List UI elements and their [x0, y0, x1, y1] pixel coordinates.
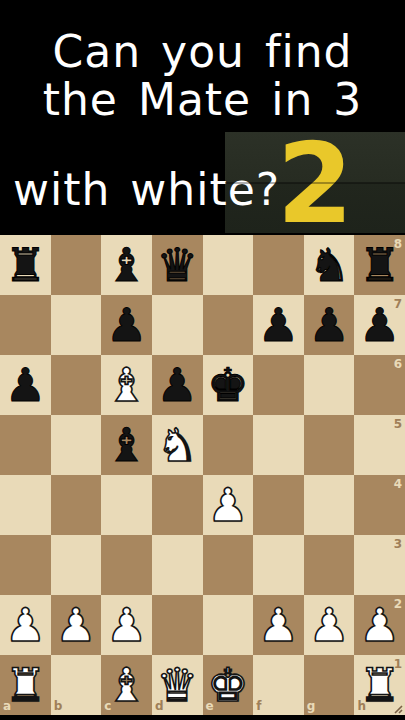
square-c4[interactable] — [101, 475, 152, 535]
piece-black-pawn-f7[interactable]: ♟ — [253, 295, 304, 355]
piece-white-knight-d5[interactable]: ♞ — [152, 415, 203, 475]
square-c5[interactable]: ♝ — [101, 415, 152, 475]
square-f5[interactable] — [253, 415, 304, 475]
square-d3[interactable] — [152, 535, 203, 595]
file-label-b: b — [54, 700, 63, 712]
square-c8[interactable]: ♝ — [101, 235, 152, 295]
piece-white-bishop-c6[interactable]: ♝ — [101, 355, 152, 415]
square-h8[interactable]: 8♜ — [354, 235, 405, 295]
piece-white-pawn-f2[interactable]: ♟ — [253, 595, 304, 655]
square-g4[interactable] — [304, 475, 355, 535]
chess-board: ♜♝♛♞8♜♟♟♟7♟♟♝♟♚6♝♞5♟43♟♟♟♟♟2♟a♜bc♝d♛e♚fg… — [0, 235, 405, 715]
file-label-e: e — [206, 700, 214, 712]
square-g1[interactable]: g — [304, 655, 355, 715]
square-h5[interactable]: 5 — [354, 415, 405, 475]
square-h3[interactable]: 3 — [354, 535, 405, 595]
square-f1[interactable]: f — [253, 655, 304, 715]
square-d5[interactable]: ♞ — [152, 415, 203, 475]
piece-white-pawn-g2[interactable]: ♟ — [304, 595, 355, 655]
square-b7[interactable] — [51, 295, 102, 355]
square-f3[interactable] — [253, 535, 304, 595]
square-h6[interactable]: 6 — [354, 355, 405, 415]
square-d4[interactable] — [152, 475, 203, 535]
file-label-d: d — [155, 700, 164, 712]
square-c7[interactable]: ♟ — [101, 295, 152, 355]
square-e4[interactable]: ♟ — [203, 475, 254, 535]
square-b3[interactable] — [51, 535, 102, 595]
piece-black-rook-a8[interactable]: ♜ — [0, 235, 51, 295]
piece-black-bishop-c5[interactable]: ♝ — [101, 415, 152, 475]
square-d1[interactable]: d♛ — [152, 655, 203, 715]
rank-label-1: 1 — [394, 658, 402, 670]
page: { "game": "chess", "position": { "fen": … — [0, 0, 405, 720]
square-d2[interactable] — [152, 595, 203, 655]
rank-label-6: 6 — [394, 358, 402, 370]
rank-label-4: 4 — [394, 478, 402, 490]
square-a8[interactable]: ♜ — [0, 235, 51, 295]
piece-black-pawn-d6[interactable]: ♟ — [152, 355, 203, 415]
square-e8[interactable] — [203, 235, 254, 295]
file-label-f: f — [256, 700, 261, 712]
flip-clock-seam — [225, 182, 405, 184]
title-line-2: the Mate in 3 — [0, 76, 405, 124]
board-resize-handle[interactable] — [390, 700, 404, 714]
resize-handle-icon — [390, 701, 404, 715]
header: Can you find the Mate in 3 2 with white? — [0, 0, 405, 235]
rank-label-3: 3 — [394, 538, 402, 550]
square-f6[interactable] — [253, 355, 304, 415]
square-g6[interactable] — [304, 355, 355, 415]
square-a6[interactable]: ♟ — [0, 355, 51, 415]
square-a7[interactable] — [0, 295, 51, 355]
square-e7[interactable] — [203, 295, 254, 355]
square-b5[interactable] — [51, 415, 102, 475]
square-e2[interactable] — [203, 595, 254, 655]
square-d8[interactable]: ♛ — [152, 235, 203, 295]
piece-black-pawn-g7[interactable]: ♟ — [304, 295, 355, 355]
piece-black-king-e6[interactable]: ♚ — [203, 355, 254, 415]
file-label-h: h — [357, 700, 366, 712]
square-c1[interactable]: c♝ — [101, 655, 152, 715]
square-c3[interactable] — [101, 535, 152, 595]
rank-label-7: 7 — [394, 298, 402, 310]
square-g7[interactable]: ♟ — [304, 295, 355, 355]
square-e3[interactable] — [203, 535, 254, 595]
piece-white-pawn-a2[interactable]: ♟ — [0, 595, 51, 655]
square-h4[interactable]: 4 — [354, 475, 405, 535]
square-b6[interactable] — [51, 355, 102, 415]
square-c2[interactable]: ♟ — [101, 595, 152, 655]
square-d6[interactable]: ♟ — [152, 355, 203, 415]
square-b8[interactable] — [51, 235, 102, 295]
piece-black-bishop-c8[interactable]: ♝ — [101, 235, 152, 295]
square-a1[interactable]: a♜ — [0, 655, 51, 715]
square-d7[interactable] — [152, 295, 203, 355]
file-label-g: g — [307, 700, 316, 712]
square-e1[interactable]: e♚ — [203, 655, 254, 715]
piece-black-queen-d8[interactable]: ♛ — [152, 235, 203, 295]
square-f4[interactable] — [253, 475, 304, 535]
file-label-a: a — [3, 700, 11, 712]
square-a2[interactable]: ♟ — [0, 595, 51, 655]
square-e5[interactable] — [203, 415, 254, 475]
title-line-1: Can you find — [0, 28, 405, 76]
piece-white-pawn-e4[interactable]: ♟ — [203, 475, 254, 535]
square-b2[interactable]: ♟ — [51, 595, 102, 655]
countdown-timer: 2 — [225, 132, 405, 233]
square-a5[interactable] — [0, 415, 51, 475]
square-h2[interactable]: 2♟ — [354, 595, 405, 655]
rank-label-5: 5 — [394, 418, 402, 430]
piece-black-pawn-a6[interactable]: ♟ — [0, 355, 51, 415]
piece-white-pawn-b2[interactable]: ♟ — [51, 595, 102, 655]
square-g5[interactable] — [304, 415, 355, 475]
piece-white-pawn-c2[interactable]: ♟ — [101, 595, 152, 655]
square-a3[interactable] — [0, 535, 51, 595]
square-h7[interactable]: 7♟ — [354, 295, 405, 355]
square-g2[interactable]: ♟ — [304, 595, 355, 655]
rank-label-2: 2 — [394, 598, 402, 610]
piece-black-pawn-c7[interactable]: ♟ — [101, 295, 152, 355]
square-e6[interactable]: ♚ — [203, 355, 254, 415]
square-f2[interactable]: ♟ — [253, 595, 304, 655]
square-b4[interactable] — [51, 475, 102, 535]
square-b1[interactable]: b — [51, 655, 102, 715]
square-f7[interactable]: ♟ — [253, 295, 304, 355]
square-a4[interactable] — [0, 475, 51, 535]
square-c6[interactable]: ♝ — [101, 355, 152, 415]
file-label-c: c — [104, 700, 111, 712]
square-g3[interactable] — [304, 535, 355, 595]
rank-label-8: 8 — [394, 238, 402, 250]
